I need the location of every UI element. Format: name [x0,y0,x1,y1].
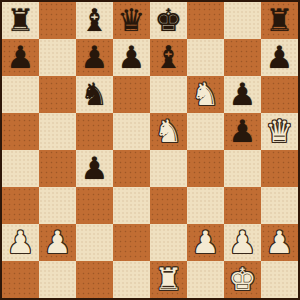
square-h3[interactable] [261,187,298,224]
piece-black-bishop[interactable]: ♝ [155,39,183,76]
square-e8[interactable]: ♚ [150,2,187,39]
square-e2[interactable] [150,224,187,261]
square-d3[interactable] [113,187,150,224]
square-h8[interactable]: ♜ [261,2,298,39]
square-b4[interactable] [39,150,76,187]
piece-black-king[interactable]: ♚ [155,2,183,39]
square-d4[interactable] [113,150,150,187]
square-f8[interactable] [187,2,224,39]
square-c7[interactable]: ♟ [76,39,113,76]
square-c5[interactable] [76,113,113,150]
square-g8[interactable] [224,2,261,39]
square-a4[interactable] [2,150,39,187]
square-d5[interactable] [113,113,150,150]
square-c1[interactable] [76,261,113,298]
square-b7[interactable] [39,39,76,76]
square-c4[interactable]: ♟ [76,150,113,187]
square-c2[interactable] [76,224,113,261]
square-h7[interactable]: ♟ [261,39,298,76]
square-b5[interactable] [39,113,76,150]
square-f1[interactable] [187,261,224,298]
piece-black-rook[interactable]: ♜ [7,2,35,39]
square-a2[interactable]: ♟ [2,224,39,261]
piece-white-queen[interactable]: ♛ [266,113,294,150]
piece-white-pawn[interactable]: ♟ [7,224,35,261]
square-g3[interactable] [224,187,261,224]
square-a5[interactable] [2,113,39,150]
piece-black-pawn[interactable]: ♟ [118,39,146,76]
square-g2[interactable]: ♟ [224,224,261,261]
square-a1[interactable] [2,261,39,298]
piece-white-rook[interactable]: ♜ [155,261,183,298]
piece-black-pawn[interactable]: ♟ [81,39,109,76]
square-a3[interactable] [2,187,39,224]
square-g4[interactable] [224,150,261,187]
square-e4[interactable] [150,150,187,187]
piece-black-pawn[interactable]: ♟ [266,39,294,76]
square-f3[interactable] [187,187,224,224]
square-h2[interactable]: ♟ [261,224,298,261]
piece-white-pawn[interactable]: ♟ [266,224,294,261]
piece-black-pawn[interactable]: ♟ [229,113,257,150]
piece-white-pawn[interactable]: ♟ [192,224,220,261]
square-e3[interactable] [150,187,187,224]
square-b8[interactable] [39,2,76,39]
piece-black-pawn[interactable]: ♟ [81,150,109,187]
square-c8[interactable]: ♝ [76,2,113,39]
piece-black-bishop[interactable]: ♝ [81,2,109,39]
square-e5[interactable]: ♞ [150,113,187,150]
square-c3[interactable] [76,187,113,224]
square-g7[interactable] [224,39,261,76]
square-b6[interactable] [39,76,76,113]
chess-board: ♜♝♛♚♜♟♟♟♝♟♞♞♟♞♟♛♟♟♟♟♟♟♜♚ [0,0,300,300]
square-d8[interactable]: ♛ [113,2,150,39]
square-c6[interactable]: ♞ [76,76,113,113]
square-g6[interactable]: ♟ [224,76,261,113]
square-d6[interactable] [113,76,150,113]
square-e6[interactable] [150,76,187,113]
square-h5[interactable]: ♛ [261,113,298,150]
piece-black-pawn[interactable]: ♟ [7,39,35,76]
square-a6[interactable] [2,76,39,113]
piece-white-pawn[interactable]: ♟ [44,224,72,261]
piece-white-knight[interactable]: ♞ [192,76,220,113]
square-e7[interactable]: ♝ [150,39,187,76]
square-f4[interactable] [187,150,224,187]
square-b1[interactable] [39,261,76,298]
square-a7[interactable]: ♟ [2,39,39,76]
square-g5[interactable]: ♟ [224,113,261,150]
square-d1[interactable] [113,261,150,298]
square-b3[interactable] [39,187,76,224]
square-e1[interactable]: ♜ [150,261,187,298]
square-b2[interactable]: ♟ [39,224,76,261]
square-h4[interactable] [261,150,298,187]
piece-black-knight[interactable]: ♞ [81,76,109,113]
square-f5[interactable] [187,113,224,150]
square-d7[interactable]: ♟ [113,39,150,76]
piece-black-queen[interactable]: ♛ [118,2,146,39]
square-f6[interactable]: ♞ [187,76,224,113]
square-g1[interactable]: ♚ [224,261,261,298]
square-a8[interactable]: ♜ [2,2,39,39]
square-f7[interactable] [187,39,224,76]
square-d2[interactable] [113,224,150,261]
piece-white-king[interactable]: ♚ [229,261,257,298]
piece-white-pawn[interactable]: ♟ [229,224,257,261]
piece-black-pawn[interactable]: ♟ [229,76,257,113]
piece-black-rook[interactable]: ♜ [266,2,294,39]
square-h6[interactable] [261,76,298,113]
square-h1[interactable] [261,261,298,298]
piece-white-knight[interactable]: ♞ [155,113,183,150]
square-f2[interactable]: ♟ [187,224,224,261]
